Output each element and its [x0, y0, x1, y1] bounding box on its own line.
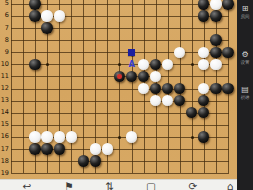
stone-white [150, 71, 161, 82]
row-label-6: 6 [0, 12, 9, 19]
stone-black [29, 0, 40, 10]
home-icon[interactable]: ⌂ [227, 180, 234, 190]
row-label-9: 9 [0, 49, 9, 56]
stone-black [186, 107, 197, 118]
row-label-10: 10 [0, 61, 9, 68]
stone-black [138, 71, 149, 82]
room-icon: ⊞ [237, 4, 253, 13]
stone-white [41, 10, 52, 21]
refresh-icon[interactable]: ⟳ [189, 180, 198, 190]
stone-black [210, 34, 221, 45]
go-app-screen: 5678910111213141516171819 A ↩⚑⇅▢⟳⌂ ⊞房间⚙设… [0, 0, 253, 190]
row-label-11: 11 [0, 73, 9, 80]
stone-black [198, 107, 209, 118]
right-sidebar: ⊞房间⚙设置▤棋谱 [237, 0, 253, 190]
stone-white [210, 59, 221, 70]
row-label-5: 5 [0, 0, 9, 7]
stone-white [162, 95, 173, 106]
stone-white [90, 143, 101, 154]
stone-white [54, 10, 65, 21]
stone-black [174, 83, 185, 94]
row-label-19: 19 [0, 170, 9, 177]
row-label-15: 15 [0, 121, 9, 128]
row-label-17: 17 [0, 146, 9, 153]
sidebar-item[interactable]: ⊞房间 [237, 4, 253, 19]
stone-white [66, 131, 77, 142]
stone-white [138, 59, 149, 70]
stone-white [174, 47, 185, 58]
row-label-13: 13 [0, 97, 9, 104]
stone-white [102, 143, 113, 154]
stone-black [198, 95, 209, 106]
stone-black [90, 155, 101, 166]
stone-white [29, 131, 40, 142]
stone-white [162, 59, 173, 70]
sidebar-item-label: 房间 [238, 13, 252, 18]
stone-black [210, 10, 221, 21]
record-icon: ▤ [237, 85, 253, 94]
stone-white [41, 131, 52, 142]
stone-black [126, 71, 137, 82]
go-board[interactable]: 5678910111213141516171819 A [0, 0, 237, 190]
sidebar-item-label: 棋谱 [238, 94, 252, 99]
undo-icon[interactable]: ↩ [23, 180, 32, 190]
stone-black [78, 155, 89, 166]
last-move-marker [117, 74, 121, 78]
stone-black [29, 59, 40, 70]
flag-icon[interactable]: ⚑ [64, 180, 73, 190]
stone-black [222, 83, 233, 94]
stone-white [54, 131, 65, 142]
row-label-8: 8 [0, 37, 9, 44]
stone-black [41, 143, 52, 154]
stone-white [150, 95, 161, 106]
stone-black [198, 0, 209, 10]
row-label-12: 12 [0, 85, 9, 92]
stone-black [150, 59, 161, 70]
stone-black [29, 10, 40, 21]
stone-black [210, 47, 221, 58]
stone-black [29, 143, 40, 154]
stone-white [198, 83, 209, 94]
blue-square-marker [128, 49, 135, 56]
stone-black [150, 83, 161, 94]
sidebar-item-label: 设置 [238, 59, 252, 64]
sidebar-item[interactable]: ▤棋谱 [237, 85, 253, 100]
row-label-16: 16 [0, 133, 9, 140]
stone-white [138, 83, 149, 94]
stone-black [198, 10, 209, 21]
stone-black [222, 0, 233, 10]
stone-white [198, 47, 209, 58]
stone-white [126, 131, 137, 142]
row-label-7: 7 [0, 25, 9, 32]
swap-moves-icon[interactable]: ⇅ [106, 180, 115, 190]
row-label-18: 18 [0, 158, 9, 165]
sidebar-item[interactable]: ⚙设置 [237, 50, 253, 65]
settings-icon: ⚙ [237, 50, 253, 59]
stone-black [210, 83, 221, 94]
stone-black [174, 95, 185, 106]
territory-icon[interactable]: ▢ [146, 180, 156, 190]
stone-black [54, 143, 65, 154]
stone-black [41, 22, 52, 33]
stone-black [222, 47, 233, 58]
stone-white [198, 59, 209, 70]
stone-black [198, 131, 209, 142]
bottom-toolbar: ↩⚑⇅▢⟳⌂ [0, 179, 237, 190]
stone-black [162, 83, 173, 94]
variation-label-a: A [129, 60, 136, 68]
row-label-14: 14 [0, 109, 9, 116]
stone-white [210, 0, 221, 10]
